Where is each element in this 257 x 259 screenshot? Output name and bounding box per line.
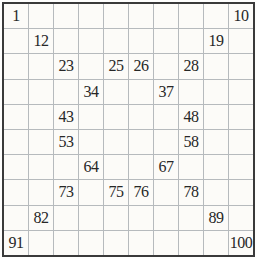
grid-cell-empty[interactable]: [29, 231, 53, 255]
board-frame: 1101219232526283437434853586467737576788…: [2, 2, 255, 257]
grid-cell-empty[interactable]: [29, 130, 53, 154]
grid-cell-empty[interactable]: [204, 231, 228, 255]
grid-cell-empty[interactable]: [29, 80, 53, 104]
grid-cell-given: 100: [229, 231, 253, 255]
grid-cell-empty[interactable]: [129, 130, 153, 154]
grid-cell-given: 25: [104, 54, 128, 78]
grid-cell-given: 73: [54, 180, 78, 204]
grid-cell-empty[interactable]: [154, 130, 178, 154]
grid-cell-empty[interactable]: [179, 80, 203, 104]
grid-cell-empty[interactable]: [179, 4, 203, 28]
grid-cell-empty[interactable]: [229, 130, 253, 154]
grid-cell-empty[interactable]: [79, 4, 103, 28]
grid-cell-empty[interactable]: [129, 29, 153, 53]
grid-cell-empty[interactable]: [204, 155, 228, 179]
grid-cell-given: 28: [179, 54, 203, 78]
grid-cell-empty[interactable]: [179, 29, 203, 53]
grid-cell-empty[interactable]: [129, 80, 153, 104]
grid-cell-given: 23: [54, 54, 78, 78]
grid-cell-empty[interactable]: [229, 180, 253, 204]
grid-cell-empty[interactable]: [229, 54, 253, 78]
grid-cell-given: 78: [179, 180, 203, 204]
grid-cell-empty[interactable]: [129, 155, 153, 179]
grid-cell-empty[interactable]: [29, 180, 53, 204]
grid-cell-empty[interactable]: [79, 206, 103, 230]
grid-cell-given: 58: [179, 130, 203, 154]
grid-cell-empty[interactable]: [4, 206, 28, 230]
grid-cell-empty[interactable]: [54, 29, 78, 53]
grid-cell-empty[interactable]: [204, 105, 228, 129]
grid-cell-empty[interactable]: [204, 80, 228, 104]
grid-cell-empty[interactable]: [79, 130, 103, 154]
grid-cell-empty[interactable]: [229, 105, 253, 129]
grid-cell-empty[interactable]: [79, 231, 103, 255]
grid-cell-empty[interactable]: [129, 4, 153, 28]
grid-cell-empty[interactable]: [204, 130, 228, 154]
grid-cell-empty[interactable]: [79, 105, 103, 129]
grid-cell-empty[interactable]: [204, 54, 228, 78]
grid-cell-empty[interactable]: [104, 29, 128, 53]
grid-cell-given: 37: [154, 80, 178, 104]
grid-cell-empty[interactable]: [54, 80, 78, 104]
grid-cell-given: 10: [229, 4, 253, 28]
grid-cell-empty[interactable]: [104, 206, 128, 230]
grid-cell-empty[interactable]: [54, 155, 78, 179]
grid-cell-empty[interactable]: [54, 4, 78, 28]
grid-cell-given: 76: [129, 180, 153, 204]
grid-cell-empty[interactable]: [154, 4, 178, 28]
grid-cell-empty[interactable]: [79, 54, 103, 78]
grid-cell-empty[interactable]: [29, 105, 53, 129]
grid-cell-given: 34: [79, 80, 103, 104]
grid-cell-empty[interactable]: [129, 206, 153, 230]
grid-cell-empty[interactable]: [79, 180, 103, 204]
hundred-chart-grid: 1101219232526283437434853586467737576788…: [4, 4, 253, 255]
grid-cell-given: 67: [154, 155, 178, 179]
grid-cell-empty[interactable]: [104, 130, 128, 154]
grid-cell-empty[interactable]: [154, 105, 178, 129]
grid-cell-empty[interactable]: [204, 180, 228, 204]
grid-cell-empty[interactable]: [29, 4, 53, 28]
grid-cell-given: 43: [54, 105, 78, 129]
grid-cell-given: 19: [204, 29, 228, 53]
grid-cell-empty[interactable]: [229, 155, 253, 179]
grid-cell-empty[interactable]: [154, 231, 178, 255]
grid-cell-given: 91: [4, 231, 28, 255]
grid-cell-empty[interactable]: [154, 180, 178, 204]
grid-cell-empty[interactable]: [104, 105, 128, 129]
grid-cell-empty[interactable]: [4, 80, 28, 104]
grid-cell-empty[interactable]: [229, 80, 253, 104]
grid-cell-empty[interactable]: [204, 4, 228, 28]
grid-cell-empty[interactable]: [179, 155, 203, 179]
grid-cell-given: 26: [129, 54, 153, 78]
grid-cell-given: 64: [79, 155, 103, 179]
grid-cell-empty[interactable]: [104, 155, 128, 179]
grid-cell-empty[interactable]: [29, 54, 53, 78]
grid-cell-empty[interactable]: [104, 4, 128, 28]
grid-cell-empty[interactable]: [154, 29, 178, 53]
grid-cell-empty[interactable]: [229, 29, 253, 53]
grid-cell-empty[interactable]: [54, 231, 78, 255]
grid-cell-empty[interactable]: [154, 206, 178, 230]
grid-cell-given: 75: [104, 180, 128, 204]
grid-cell-empty[interactable]: [179, 206, 203, 230]
grid-cell-empty[interactable]: [29, 155, 53, 179]
grid-cell-empty[interactable]: [79, 29, 103, 53]
grid-cell-empty[interactable]: [4, 29, 28, 53]
grid-cell-empty[interactable]: [54, 206, 78, 230]
grid-cell-given: 53: [54, 130, 78, 154]
grid-cell-empty[interactable]: [129, 231, 153, 255]
grid-cell-given: 12: [29, 29, 53, 53]
grid-cell-given: 89: [204, 206, 228, 230]
grid-cell-empty[interactable]: [154, 54, 178, 78]
grid-cell-empty[interactable]: [4, 105, 28, 129]
grid-cell-empty[interactable]: [4, 155, 28, 179]
grid-cell-empty[interactable]: [179, 231, 203, 255]
grid-cell-empty[interactable]: [129, 105, 153, 129]
grid-cell-given: 1: [4, 4, 28, 28]
grid-cell-empty[interactable]: [104, 231, 128, 255]
grid-cell-empty[interactable]: [229, 206, 253, 230]
grid-cell-empty[interactable]: [4, 130, 28, 154]
grid-cell-empty[interactable]: [4, 180, 28, 204]
grid-cell-empty[interactable]: [104, 80, 128, 104]
grid-cell-given: 48: [179, 105, 203, 129]
grid-cell-empty[interactable]: [4, 54, 28, 78]
grid-cell-given: 82: [29, 206, 53, 230]
